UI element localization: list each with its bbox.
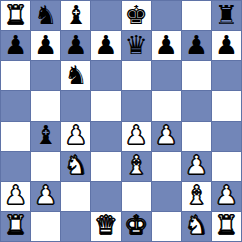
square-g7[interactable]: ♟ xyxy=(182,31,211,60)
square-b5[interactable] xyxy=(31,91,60,120)
black-bishop[interactable]: ♝ xyxy=(34,122,57,148)
square-e3[interactable]: ♝ xyxy=(122,152,151,181)
square-a1[interactable]: ♜ xyxy=(1,212,30,241)
square-f7[interactable]: ♟ xyxy=(152,31,181,60)
square-c7[interactable]: ♟ xyxy=(61,31,90,60)
square-c1[interactable] xyxy=(61,212,90,241)
white-pawn[interactable]: ♟ xyxy=(185,152,208,178)
square-d3[interactable] xyxy=(91,152,120,181)
square-f1[interactable] xyxy=(152,212,181,241)
white-pawn[interactable]: ♟ xyxy=(155,122,178,148)
black-rook[interactable]: ♜ xyxy=(215,2,238,28)
square-c3[interactable]: ♞ xyxy=(61,152,90,181)
square-h5[interactable] xyxy=(212,91,241,120)
black-pawn[interactable]: ♟ xyxy=(4,32,27,58)
square-h8[interactable]: ♜ xyxy=(212,1,241,30)
white-bishop[interactable]: ♝ xyxy=(185,182,208,208)
square-a2[interactable]: ♟ xyxy=(1,182,30,211)
white-pawn[interactable]: ♟ xyxy=(124,122,147,148)
square-d8[interactable] xyxy=(91,1,120,30)
black-bishop[interactable]: ♝ xyxy=(64,2,87,28)
square-g5[interactable] xyxy=(182,91,211,120)
square-a6[interactable] xyxy=(1,61,30,90)
square-e6[interactable] xyxy=(122,61,151,90)
square-a5[interactable] xyxy=(1,91,30,120)
chess-board: ♜♞♝♚♜♟♟♟♟♛♟♟♟♞♝♟♟♟♞♝♟♟♟♝♟♜♛♚♞♜ xyxy=(0,0,242,242)
white-knight[interactable]: ♞ xyxy=(64,152,87,178)
square-b2[interactable]: ♟ xyxy=(31,182,60,211)
square-c4[interactable]: ♟ xyxy=(61,122,90,151)
square-h6[interactable] xyxy=(212,61,241,90)
square-b3[interactable] xyxy=(31,152,60,181)
black-knight[interactable]: ♞ xyxy=(64,62,87,88)
square-b7[interactable]: ♟ xyxy=(31,31,60,60)
square-c6[interactable]: ♞ xyxy=(61,61,90,90)
square-d2[interactable] xyxy=(91,182,120,211)
square-f4[interactable]: ♟ xyxy=(152,122,181,151)
white-pawn[interactable]: ♟ xyxy=(4,182,27,208)
white-knight[interactable]: ♞ xyxy=(185,212,208,238)
square-d6[interactable] xyxy=(91,61,120,90)
black-pawn[interactable]: ♟ xyxy=(94,32,117,58)
square-d5[interactable] xyxy=(91,91,120,120)
square-e7[interactable]: ♛ xyxy=(122,31,151,60)
square-e1[interactable]: ♚ xyxy=(122,212,151,241)
square-f6[interactable] xyxy=(152,61,181,90)
square-h2[interactable]: ♟ xyxy=(212,182,241,211)
square-e8[interactable]: ♚ xyxy=(122,1,151,30)
black-pawn[interactable]: ♟ xyxy=(185,32,208,58)
white-queen[interactable]: ♛ xyxy=(94,212,117,238)
white-rook[interactable]: ♜ xyxy=(4,212,27,238)
square-c2[interactable] xyxy=(61,182,90,211)
square-g2[interactable]: ♝ xyxy=(182,182,211,211)
square-c8[interactable]: ♝ xyxy=(61,1,90,30)
square-g4[interactable] xyxy=(182,122,211,151)
square-e5[interactable] xyxy=(122,91,151,120)
square-g6[interactable] xyxy=(182,61,211,90)
square-c5[interactable] xyxy=(61,91,90,120)
square-h7[interactable]: ♟ xyxy=(212,31,241,60)
square-a4[interactable] xyxy=(1,122,30,151)
square-d4[interactable] xyxy=(91,122,120,151)
square-f3[interactable] xyxy=(152,152,181,181)
square-h1[interactable]: ♜ xyxy=(212,212,241,241)
square-h3[interactable] xyxy=(212,152,241,181)
white-pawn[interactable]: ♟ xyxy=(64,122,87,148)
square-f8[interactable] xyxy=(152,1,181,30)
square-a8[interactable]: ♜ xyxy=(1,1,30,30)
square-e4[interactable]: ♟ xyxy=(122,122,151,151)
square-h4[interactable] xyxy=(212,122,241,151)
square-d1[interactable]: ♛ xyxy=(91,212,120,241)
white-rook[interactable]: ♜ xyxy=(4,2,27,28)
square-b8[interactable]: ♞ xyxy=(31,1,60,30)
black-pawn[interactable]: ♟ xyxy=(34,32,57,58)
square-g3[interactable]: ♟ xyxy=(182,152,211,181)
square-d7[interactable]: ♟ xyxy=(91,31,120,60)
square-b6[interactable] xyxy=(31,61,60,90)
white-rook[interactable]: ♜ xyxy=(215,212,238,238)
square-b1[interactable] xyxy=(31,212,60,241)
white-king[interactable]: ♚ xyxy=(124,212,147,238)
square-f2[interactable] xyxy=(152,182,181,211)
square-b4[interactable]: ♝ xyxy=(31,122,60,151)
square-e2[interactable] xyxy=(122,182,151,211)
white-bishop[interactable]: ♝ xyxy=(124,152,147,178)
square-g8[interactable] xyxy=(182,1,211,30)
black-pawn[interactable]: ♟ xyxy=(215,32,238,58)
black-pawn[interactable]: ♟ xyxy=(64,32,87,58)
black-pawn[interactable]: ♟ xyxy=(155,32,178,58)
square-a3[interactable] xyxy=(1,152,30,181)
white-pawn[interactable]: ♟ xyxy=(215,182,238,208)
black-knight[interactable]: ♞ xyxy=(34,2,57,28)
black-king[interactable]: ♚ xyxy=(124,2,147,28)
square-f5[interactable] xyxy=(152,91,181,120)
black-queen[interactable]: ♛ xyxy=(124,32,147,58)
square-a7[interactable]: ♟ xyxy=(1,31,30,60)
white-pawn[interactable]: ♟ xyxy=(34,182,57,208)
square-g1[interactable]: ♞ xyxy=(182,212,211,241)
